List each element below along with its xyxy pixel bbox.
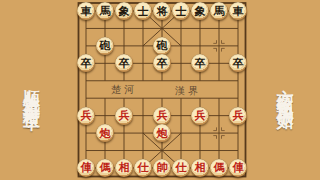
piece-black-horse[interactable]: 馬 bbox=[210, 2, 228, 20]
piece-black-advisor[interactable]: 士 bbox=[134, 2, 152, 20]
piece-red-soldier[interactable]: 兵 bbox=[153, 107, 171, 125]
piece-black-elephant[interactable]: 象 bbox=[115, 2, 133, 20]
piece-red-horse[interactable]: 傌 bbox=[210, 159, 228, 177]
piece-red-horse[interactable]: 傌 bbox=[96, 159, 114, 177]
players-result-text: 方绍钦负冯敬如 bbox=[277, 76, 294, 104]
piece-red-soldier[interactable]: 兵 bbox=[191, 107, 209, 125]
xiangqi-board: 楚河 漢界 車馬象士将士象馬車砲砲卒卒卒卒卒兵兵兵兵兵炮炮俥傌相仕帥仕相傌俥 bbox=[63, 0, 250, 180]
piece-red-elephant[interactable]: 相 bbox=[191, 159, 209, 177]
piece-black-chariot[interactable]: 車 bbox=[229, 2, 247, 20]
river-label-right: 漢界 bbox=[175, 84, 201, 98]
screenshot-stage: 顺炮直车对横车 楚河 漢界 車馬象士将士象馬車砲砲卒卒卒卒卒兵兵兵兵兵炮炮俥傌相… bbox=[0, 0, 320, 180]
piece-red-general[interactable]: 帥 bbox=[153, 159, 171, 177]
right-banner: 方绍钦负冯敬如 bbox=[250, 0, 320, 180]
board-grid-svg bbox=[63, 0, 250, 180]
piece-red-soldier[interactable]: 兵 bbox=[115, 107, 133, 125]
piece-black-cannon[interactable]: 砲 bbox=[153, 37, 171, 55]
piece-red-cannon[interactable]: 炮 bbox=[96, 124, 114, 142]
piece-red-chariot[interactable]: 俥 bbox=[229, 159, 247, 177]
piece-red-advisor[interactable]: 仕 bbox=[134, 159, 152, 177]
left-banner: 顺炮直车对横车 bbox=[0, 0, 63, 180]
river-label-left: 楚河 bbox=[111, 83, 137, 97]
piece-red-soldier[interactable]: 兵 bbox=[77, 107, 95, 125]
piece-black-general[interactable]: 将 bbox=[153, 2, 171, 20]
piece-black-advisor[interactable]: 士 bbox=[172, 2, 190, 20]
opening-title-text: 顺炮直车对横车 bbox=[23, 76, 40, 104]
piece-black-horse[interactable]: 馬 bbox=[96, 2, 114, 20]
piece-red-cannon[interactable]: 炮 bbox=[153, 124, 171, 142]
piece-black-elephant[interactable]: 象 bbox=[191, 2, 209, 20]
piece-red-elephant[interactable]: 相 bbox=[115, 159, 133, 177]
piece-black-chariot[interactable]: 車 bbox=[77, 2, 95, 20]
piece-black-cannon[interactable]: 砲 bbox=[96, 37, 114, 55]
piece-red-chariot[interactable]: 俥 bbox=[77, 159, 95, 177]
piece-red-advisor[interactable]: 仕 bbox=[172, 159, 190, 177]
piece-red-soldier[interactable]: 兵 bbox=[229, 107, 247, 125]
